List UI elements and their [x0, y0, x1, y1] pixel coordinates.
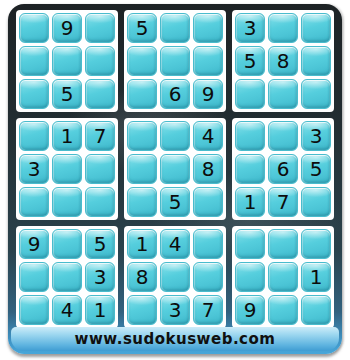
sudoku-cell-r3c9[interactable]	[301, 79, 331, 109]
sudoku-cell-r3c7[interactable]	[235, 79, 265, 109]
sudoku-cell-r8c3[interactable]: 3	[85, 262, 115, 292]
sudoku-cell-r8c8[interactable]	[268, 262, 298, 292]
sudoku-cell-r7c5[interactable]: 4	[160, 229, 190, 259]
footer-band: www.sudokusweb.com	[11, 327, 339, 351]
sudoku-cell-r5c1[interactable]: 3	[19, 154, 49, 184]
sudoku-cell-r2c2[interactable]	[52, 46, 82, 76]
sudoku-cell-r4c1[interactable]	[19, 121, 49, 151]
sudoku-cell-r8c7[interactable]	[235, 262, 265, 292]
sudoku-cell-r7c3[interactable]: 5	[85, 229, 115, 259]
sudoku-cell-r4c3[interactable]: 7	[85, 121, 115, 151]
sudoku-cell-r2c3[interactable]	[85, 46, 115, 76]
sudoku-cell-r6c8[interactable]: 7	[268, 187, 298, 217]
sudoku-cell-r5c9[interactable]: 5	[301, 154, 331, 184]
sudoku-cell-r4c8[interactable]	[268, 121, 298, 151]
sudoku-cell-r6c3[interactable]	[85, 187, 115, 217]
sudoku-cell-r2c9[interactable]	[301, 46, 331, 76]
sudoku-cell-r7c2[interactable]	[52, 229, 82, 259]
sudoku-cell-r7c6[interactable]	[193, 229, 223, 259]
sudoku-cell-r3c4[interactable]	[127, 79, 157, 109]
sudoku-cell-r8c2[interactable]	[52, 262, 82, 292]
sudoku-cell-r3c1[interactable]	[19, 79, 49, 109]
sudoku-cell-r1c4[interactable]: 5	[127, 13, 157, 43]
sudoku-cell-r1c5[interactable]	[160, 13, 190, 43]
sudoku-cell-r9c6[interactable]: 7	[193, 295, 223, 325]
sudoku-cell-r8c5[interactable]	[160, 262, 190, 292]
sudoku-cell-r8c9[interactable]: 1	[301, 262, 331, 292]
sudoku-cell-r2c4[interactable]	[127, 46, 157, 76]
sudoku-cell-r4c6[interactable]: 4	[193, 121, 223, 151]
sudoku-cell-r6c2[interactable]	[52, 187, 82, 217]
sudoku-cell-r1c7[interactable]: 3	[235, 13, 265, 43]
sudoku-cell-r1c2[interactable]: 9	[52, 13, 82, 43]
sudoku-cell-r4c2[interactable]: 1	[52, 121, 82, 151]
sudoku-cell-r8c1[interactable]	[19, 262, 49, 292]
sudoku-block-r1c2: 36517	[232, 118, 334, 220]
sudoku-cell-r2c6[interactable]	[193, 46, 223, 76]
sudoku-cell-r7c4[interactable]: 1	[127, 229, 157, 259]
sudoku-cell-r8c6[interactable]	[193, 262, 223, 292]
sudoku-cell-r9c1[interactable]	[19, 295, 49, 325]
sudoku-cell-r7c8[interactable]	[268, 229, 298, 259]
sudoku-cell-r2c5[interactable]	[160, 46, 190, 76]
sudoku-cell-r3c3[interactable]	[85, 79, 115, 109]
sudoku-cell-r1c6[interactable]	[193, 13, 223, 43]
sudoku-board: 9556935817348536517953411483719	[16, 10, 334, 328]
sudoku-cell-r1c8[interactable]	[268, 13, 298, 43]
sudoku-cell-r7c1[interactable]: 9	[19, 229, 49, 259]
sudoku-cell-r2c1[interactable]	[19, 46, 49, 76]
sudoku-cell-r1c1[interactable]	[19, 13, 49, 43]
sudoku-block-r1c1: 485	[124, 118, 226, 220]
sudoku-cell-r3c2[interactable]: 5	[52, 79, 82, 109]
sudoku-block-r0c0: 95	[16, 10, 118, 112]
sudoku-cell-r5c8[interactable]: 6	[268, 154, 298, 184]
sudoku-block-r1c0: 173	[16, 118, 118, 220]
sudoku-cell-r1c9[interactable]	[301, 13, 331, 43]
site-url-label: www.sudokusweb.com	[75, 330, 276, 348]
sudoku-cell-r5c6[interactable]: 8	[193, 154, 223, 184]
sudoku-cell-r1c3[interactable]	[85, 13, 115, 43]
sudoku-block-r2c2: 19	[232, 226, 334, 328]
sudoku-cell-r2c8[interactable]: 8	[268, 46, 298, 76]
sudoku-cell-r5c2[interactable]	[52, 154, 82, 184]
sudoku-cell-r5c7[interactable]	[235, 154, 265, 184]
sudoku-cell-r5c5[interactable]	[160, 154, 190, 184]
sudoku-cell-r9c4[interactable]	[127, 295, 157, 325]
sudoku-cell-r3c5[interactable]: 6	[160, 79, 190, 109]
sudoku-block-r0c1: 569	[124, 10, 226, 112]
sudoku-cell-r9c3[interactable]: 1	[85, 295, 115, 325]
sudoku-cell-r6c5[interactable]: 5	[160, 187, 190, 217]
sudoku-cell-r5c4[interactable]	[127, 154, 157, 184]
sudoku-cell-r4c4[interactable]	[127, 121, 157, 151]
sudoku-cell-r9c5[interactable]: 3	[160, 295, 190, 325]
sudoku-cell-r2c7[interactable]: 5	[235, 46, 265, 76]
sudoku-cell-r6c7[interactable]: 1	[235, 187, 265, 217]
sudoku-cell-r7c7[interactable]	[235, 229, 265, 259]
sudoku-cell-r9c9[interactable]	[301, 295, 331, 325]
sudoku-cell-r7c9[interactable]	[301, 229, 331, 259]
sudoku-block-r2c0: 95341	[16, 226, 118, 328]
sudoku-cell-r3c6[interactable]: 9	[193, 79, 223, 109]
sudoku-block-r2c1: 14837	[124, 226, 226, 328]
sudoku-cell-r6c1[interactable]	[19, 187, 49, 217]
sudoku-cell-r6c6[interactable]	[193, 187, 223, 217]
sudoku-cell-r4c9[interactable]: 3	[301, 121, 331, 151]
sudoku-cell-r6c9[interactable]	[301, 187, 331, 217]
sudoku-cell-r4c7[interactable]	[235, 121, 265, 151]
sudoku-cell-r9c2[interactable]: 4	[52, 295, 82, 325]
sudoku-cell-r5c3[interactable]	[85, 154, 115, 184]
sudoku-frame: 9556935817348536517953411483719 www.sudo…	[8, 4, 342, 354]
sudoku-cell-r3c8[interactable]	[268, 79, 298, 109]
sudoku-block-r0c2: 358	[232, 10, 334, 112]
sudoku-cell-r8c4[interactable]: 8	[127, 262, 157, 292]
sudoku-cell-r9c7[interactable]: 9	[235, 295, 265, 325]
sudoku-cell-r4c5[interactable]	[160, 121, 190, 151]
sudoku-cell-r9c8[interactable]	[268, 295, 298, 325]
sudoku-cell-r6c4[interactable]	[127, 187, 157, 217]
